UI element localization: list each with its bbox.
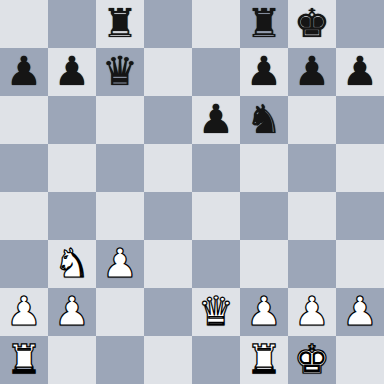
- square-h2[interactable]: ♟: [336, 288, 384, 336]
- square-d3[interactable]: [144, 240, 192, 288]
- square-a4[interactable]: [0, 192, 48, 240]
- square-e6[interactable]: ♟: [192, 96, 240, 144]
- square-a8[interactable]: [0, 0, 48, 48]
- white-pawn: ♟: [6, 288, 42, 335]
- square-h5[interactable]: [336, 144, 384, 192]
- square-d5[interactable]: [144, 144, 192, 192]
- black-queen: ♛: [102, 48, 138, 95]
- square-a6[interactable]: [0, 96, 48, 144]
- square-d6[interactable]: [144, 96, 192, 144]
- square-h1[interactable]: [336, 336, 384, 384]
- square-f2[interactable]: ♟: [240, 288, 288, 336]
- square-a1[interactable]: ♜: [0, 336, 48, 384]
- white-pawn: ♟: [54, 288, 90, 335]
- square-a3[interactable]: [0, 240, 48, 288]
- square-h8[interactable]: [336, 0, 384, 48]
- white-rook: ♜: [6, 336, 42, 383]
- square-c4[interactable]: [96, 192, 144, 240]
- square-b7[interactable]: ♟: [48, 48, 96, 96]
- square-g2[interactable]: ♟: [288, 288, 336, 336]
- square-f8[interactable]: ♜: [240, 0, 288, 48]
- square-f1[interactable]: ♜: [240, 336, 288, 384]
- white-knight: ♞: [54, 240, 90, 287]
- black-king: ♚: [294, 0, 330, 47]
- square-b5[interactable]: [48, 144, 96, 192]
- square-e1[interactable]: [192, 336, 240, 384]
- square-d4[interactable]: [144, 192, 192, 240]
- square-b1[interactable]: [48, 336, 96, 384]
- square-h4[interactable]: [336, 192, 384, 240]
- square-h3[interactable]: [336, 240, 384, 288]
- square-e3[interactable]: [192, 240, 240, 288]
- black-pawn: ♟: [6, 48, 42, 95]
- square-g6[interactable]: [288, 96, 336, 144]
- black-rook: ♜: [246, 0, 282, 47]
- square-f4[interactable]: [240, 192, 288, 240]
- square-a2[interactable]: ♟: [0, 288, 48, 336]
- square-d7[interactable]: [144, 48, 192, 96]
- square-d8[interactable]: [144, 0, 192, 48]
- square-g1[interactable]: ♚: [288, 336, 336, 384]
- white-pawn: ♟: [246, 288, 282, 335]
- square-a5[interactable]: [0, 144, 48, 192]
- square-c2[interactable]: [96, 288, 144, 336]
- square-e8[interactable]: [192, 0, 240, 48]
- square-c5[interactable]: [96, 144, 144, 192]
- square-e4[interactable]: [192, 192, 240, 240]
- square-h7[interactable]: ♟: [336, 48, 384, 96]
- square-f3[interactable]: [240, 240, 288, 288]
- square-e7[interactable]: [192, 48, 240, 96]
- square-c8[interactable]: ♜: [96, 0, 144, 48]
- chess-board: ♜♜♚♟♟♛♟♟♟♟♞♞♟♟♟♛♟♟♟♜♜♚: [0, 0, 384, 384]
- square-d1[interactable]: [144, 336, 192, 384]
- square-c7[interactable]: ♛: [96, 48, 144, 96]
- black-pawn: ♟: [294, 48, 330, 95]
- square-b2[interactable]: ♟: [48, 288, 96, 336]
- white-pawn: ♟: [102, 240, 138, 287]
- square-b3[interactable]: ♞: [48, 240, 96, 288]
- black-pawn: ♟: [198, 96, 234, 143]
- square-g7[interactable]: ♟: [288, 48, 336, 96]
- square-g8[interactable]: ♚: [288, 0, 336, 48]
- square-c1[interactable]: [96, 336, 144, 384]
- black-pawn: ♟: [54, 48, 90, 95]
- square-g3[interactable]: [288, 240, 336, 288]
- square-h6[interactable]: [336, 96, 384, 144]
- square-g4[interactable]: [288, 192, 336, 240]
- square-d2[interactable]: [144, 288, 192, 336]
- black-rook: ♜: [102, 0, 138, 47]
- square-f7[interactable]: ♟: [240, 48, 288, 96]
- black-knight: ♞: [246, 96, 282, 143]
- square-b4[interactable]: [48, 192, 96, 240]
- square-c6[interactable]: [96, 96, 144, 144]
- square-b6[interactable]: [48, 96, 96, 144]
- white-rook: ♜: [246, 336, 282, 383]
- black-pawn: ♟: [246, 48, 282, 95]
- square-e5[interactable]: [192, 144, 240, 192]
- square-b8[interactable]: [48, 0, 96, 48]
- square-f5[interactable]: [240, 144, 288, 192]
- white-pawn: ♟: [294, 288, 330, 335]
- white-queen: ♛: [198, 288, 234, 335]
- white-pawn: ♟: [342, 288, 378, 335]
- black-pawn: ♟: [342, 48, 378, 95]
- square-c3[interactable]: ♟: [96, 240, 144, 288]
- white-king: ♚: [294, 336, 330, 383]
- square-e2[interactable]: ♛: [192, 288, 240, 336]
- square-a7[interactable]: ♟: [0, 48, 48, 96]
- square-g5[interactable]: [288, 144, 336, 192]
- square-f6[interactable]: ♞: [240, 96, 288, 144]
